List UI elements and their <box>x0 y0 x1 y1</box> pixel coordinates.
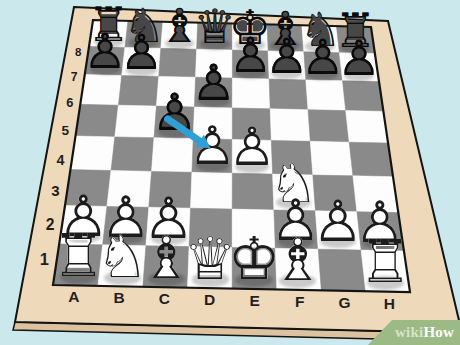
square-f5 <box>270 109 310 142</box>
square-h6 <box>343 81 384 112</box>
square-g5 <box>308 110 349 143</box>
file-label-H: H <box>384 295 395 312</box>
square-b6 <box>118 76 158 107</box>
square-b5 <box>115 105 157 138</box>
file-label-G: G <box>339 294 351 311</box>
square-e2 <box>232 209 275 248</box>
square-h2 <box>357 212 404 251</box>
wikihow-wiki-text: wiki <box>395 324 423 341</box>
rank-label-3: 3 <box>51 182 59 199</box>
rank-label-2: 2 <box>46 216 55 233</box>
square-f6 <box>269 79 308 110</box>
square-b1 <box>98 245 146 287</box>
square-d7 <box>196 49 233 78</box>
square-g3 <box>313 175 357 212</box>
square-d3 <box>191 172 233 209</box>
square-d4 <box>192 139 232 174</box>
square-a8 <box>89 20 128 47</box>
rank-label-7: 7 <box>71 70 78 84</box>
square-d5 <box>193 107 232 140</box>
square-h3 <box>353 176 398 213</box>
rank-label-4: 4 <box>57 152 65 168</box>
square-f4 <box>271 140 313 175</box>
square-c2 <box>146 207 191 246</box>
square-e5 <box>232 108 271 140</box>
square-h4 <box>349 142 393 177</box>
file-label-B: B <box>114 289 125 306</box>
square-f7 <box>268 51 306 80</box>
square-h5 <box>346 111 388 144</box>
square-c4 <box>152 138 194 173</box>
rank-label-8: 8 <box>75 46 82 58</box>
file-label-A: A <box>68 288 79 305</box>
rank-label-1: 1 <box>40 250 49 268</box>
square-h7 <box>339 53 379 82</box>
square-e1 <box>232 247 277 289</box>
rank-label-5: 5 <box>62 123 70 138</box>
square-d8 <box>197 23 233 50</box>
chess-board: 87654321ABCDEFGH <box>0 0 460 345</box>
square-c1 <box>143 246 189 288</box>
square-f8 <box>267 24 304 51</box>
square-b4 <box>111 137 154 172</box>
square-c7 <box>159 48 197 77</box>
square-f2 <box>274 210 318 249</box>
square-g7 <box>304 52 343 81</box>
square-h8 <box>336 26 375 53</box>
file-label-D: D <box>204 291 215 308</box>
square-f3 <box>273 174 316 211</box>
square-b7 <box>122 47 161 76</box>
square-g8 <box>302 25 340 52</box>
square-a3 <box>65 170 111 207</box>
square-c8 <box>161 22 198 49</box>
square-b8 <box>125 21 163 48</box>
square-g4 <box>310 141 353 176</box>
chess-lesson-illustration: 87654321ABCDEFGH ♜♖♞♘♝♗♛♕♚♔♝♗♞♘♜♖♟♙♟♙♟♙♟… <box>0 0 460 345</box>
square-e6 <box>232 78 270 109</box>
square-g2 <box>315 211 361 250</box>
square-c3 <box>149 171 192 208</box>
square-d6 <box>194 77 232 108</box>
square-e7 <box>232 50 269 79</box>
square-a2 <box>59 206 107 245</box>
square-h1 <box>361 250 410 292</box>
square-d2 <box>189 208 232 247</box>
square-b2 <box>103 206 149 245</box>
square-c5 <box>154 106 194 139</box>
square-a6 <box>80 75 121 106</box>
square-e8 <box>232 24 268 51</box>
file-label-C: C <box>159 290 170 307</box>
square-f1 <box>275 248 321 290</box>
square-g1 <box>318 249 366 291</box>
square-b3 <box>107 171 152 208</box>
wikihow-how-text: How <box>423 324 454 341</box>
square-a7 <box>85 47 125 76</box>
square-g6 <box>306 80 346 111</box>
square-a1 <box>53 244 103 286</box>
square-a4 <box>70 136 114 171</box>
file-label-F: F <box>295 293 304 310</box>
square-a5 <box>76 104 119 137</box>
square-e3 <box>232 173 274 210</box>
square-d1 <box>188 247 233 289</box>
square-c6 <box>156 76 195 107</box>
square-e4 <box>232 140 272 175</box>
rank-label-6: 6 <box>66 95 73 110</box>
file-label-E: E <box>250 292 260 309</box>
